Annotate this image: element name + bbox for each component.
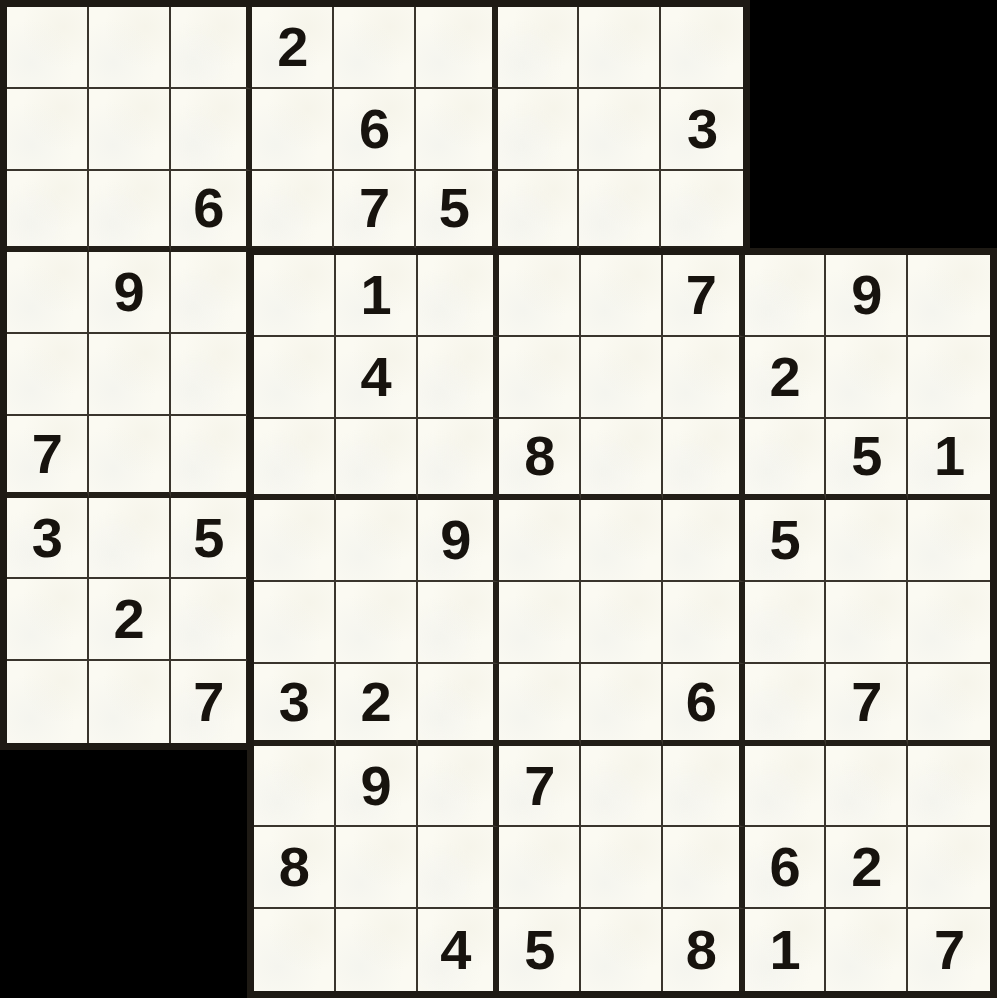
cell-r4c12[interactable] xyxy=(908,255,990,337)
cell-r1c5[interactable] xyxy=(334,7,416,89)
cell-r7c4[interactable] xyxy=(254,500,336,582)
cell-r9c1[interactable] xyxy=(7,661,89,743)
cell-r4c4[interactable] xyxy=(254,255,336,337)
cell-r6c2[interactable] xyxy=(89,416,171,498)
cell-r4c7[interactable] xyxy=(499,255,581,337)
cell-r12c7-given: 5 xyxy=(499,909,581,991)
cell-r4c1[interactable] xyxy=(7,252,89,334)
cell-r10c6[interactable] xyxy=(418,746,500,828)
cell-r5c9[interactable] xyxy=(663,337,745,419)
cell-r1c7[interactable] xyxy=(498,7,580,89)
cell-r5c1[interactable] xyxy=(7,334,89,416)
cell-r11c9[interactable] xyxy=(663,827,745,909)
cell-r6c8[interactable] xyxy=(581,419,663,501)
cell-r5c12[interactable] xyxy=(908,337,990,419)
cell-r2c9-given: 3 xyxy=(661,89,743,171)
cell-r12c6-given: 4 xyxy=(418,909,500,991)
cell-r6c5[interactable] xyxy=(336,419,418,501)
cell-r5c6[interactable] xyxy=(418,337,500,419)
cell-r1c2[interactable] xyxy=(89,7,171,89)
cell-r10c10[interactable] xyxy=(745,746,827,828)
cell-r10c5-given: 9 xyxy=(336,746,418,828)
cell-r10c11[interactable] xyxy=(826,746,908,828)
cell-r6c12-given: 1 xyxy=(908,419,990,501)
cell-r1c4-given: 2 xyxy=(252,7,334,89)
cell-r7c9[interactable] xyxy=(663,500,745,582)
cell-r12c8[interactable] xyxy=(581,909,663,991)
cell-r3c4[interactable] xyxy=(252,171,334,253)
cell-r8c5[interactable] xyxy=(336,582,418,664)
cell-r8c7[interactable] xyxy=(499,582,581,664)
cell-r7c3-given: 5 xyxy=(171,498,253,580)
cell-r7c1-given: 3 xyxy=(7,498,89,580)
cell-r11c5[interactable] xyxy=(336,827,418,909)
cell-r2c1[interactable] xyxy=(7,89,89,171)
cell-r3c2[interactable] xyxy=(89,171,171,253)
cell-r12c11[interactable] xyxy=(826,909,908,991)
cell-r10c12[interactable] xyxy=(908,746,990,828)
cell-r5c3[interactable] xyxy=(171,334,253,416)
cell-r6c11-given: 5 xyxy=(826,419,908,501)
cell-r12c4[interactable] xyxy=(254,909,336,991)
cell-r5c4[interactable] xyxy=(254,337,336,419)
cell-r8c6[interactable] xyxy=(418,582,500,664)
cell-r9c4-given: 3 xyxy=(254,664,336,746)
cell-r8c8[interactable] xyxy=(581,582,663,664)
cell-r2c5-given: 6 xyxy=(334,89,416,171)
cell-r11c4-given: 8 xyxy=(254,827,336,909)
cell-r10c7-given: 7 xyxy=(499,746,581,828)
cell-r8c9[interactable] xyxy=(663,582,745,664)
cell-r7c7[interactable] xyxy=(499,500,581,582)
cell-r9c2[interactable] xyxy=(89,661,171,743)
cell-r4c9-given: 7 xyxy=(663,255,745,337)
cell-r9c12[interactable] xyxy=(908,664,990,746)
cell-r9c7[interactable] xyxy=(499,664,581,746)
cell-r1c3[interactable] xyxy=(171,7,253,89)
cell-r6c9[interactable] xyxy=(663,419,745,501)
cell-r9c3-given: 7 xyxy=(171,661,253,743)
cell-r10c4[interactable] xyxy=(254,746,336,828)
cell-r5c10-given: 2 xyxy=(745,337,827,419)
cell-r8c1[interactable] xyxy=(7,579,89,661)
cell-r8c12[interactable] xyxy=(908,582,990,664)
cell-r4c11-given: 9 xyxy=(826,255,908,337)
cell-r5c7[interactable] xyxy=(499,337,581,419)
cell-r6c4[interactable] xyxy=(254,419,336,501)
cell-r8c3[interactable] xyxy=(171,579,253,661)
cell-r6c1-given: 7 xyxy=(7,416,89,498)
puzzle-board: 26367591747835927326 1794285195326797862… xyxy=(0,0,997,998)
cell-r9c5-given: 2 xyxy=(336,664,418,746)
cell-r7c11[interactable] xyxy=(826,500,908,582)
cell-r9c11-given: 7 xyxy=(826,664,908,746)
cell-r11c6[interactable] xyxy=(418,827,500,909)
cell-r4c3[interactable] xyxy=(171,252,253,334)
cell-r11c12[interactable] xyxy=(908,827,990,909)
cell-r2c2[interactable] xyxy=(89,89,171,171)
cell-r4c2-given: 9 xyxy=(89,252,171,334)
cell-r12c10-given: 1 xyxy=(745,909,827,991)
cell-r2c6[interactable] xyxy=(416,89,498,171)
cell-r1c6[interactable] xyxy=(416,7,498,89)
cell-r11c11-given: 2 xyxy=(826,827,908,909)
cell-r6c7-given: 8 xyxy=(499,419,581,501)
cell-r2c8[interactable] xyxy=(579,89,661,171)
cell-r9c6[interactable] xyxy=(418,664,500,746)
cell-r7c8[interactable] xyxy=(581,500,663,582)
cell-r3c7[interactable] xyxy=(498,171,580,253)
cell-r7c5[interactable] xyxy=(336,500,418,582)
cell-r4c10[interactable] xyxy=(745,255,827,337)
cell-r8c10[interactable] xyxy=(745,582,827,664)
sudoku-grid-lower-right: 179428519532679786245817 xyxy=(247,248,997,998)
cell-r7c2[interactable] xyxy=(89,498,171,580)
cell-r8c2-given: 2 xyxy=(89,579,171,661)
cell-r3c5-given: 7 xyxy=(334,171,416,253)
cell-r3c8[interactable] xyxy=(579,171,661,253)
cell-r8c4[interactable] xyxy=(254,582,336,664)
cell-r7c12[interactable] xyxy=(908,500,990,582)
cell-r4c5-given: 1 xyxy=(336,255,418,337)
cell-r5c5-given: 4 xyxy=(336,337,418,419)
cell-r2c3[interactable] xyxy=(171,89,253,171)
cell-r2c4[interactable] xyxy=(252,89,334,171)
cell-r1c1[interactable] xyxy=(7,7,89,89)
cell-r4c6[interactable] xyxy=(418,255,500,337)
cell-r9c8[interactable] xyxy=(581,664,663,746)
cell-r5c2[interactable] xyxy=(89,334,171,416)
cell-r12c5[interactable] xyxy=(336,909,418,991)
cell-r3c9[interactable] xyxy=(661,171,743,253)
cell-r5c11[interactable] xyxy=(826,337,908,419)
cell-r12c12-given: 7 xyxy=(908,909,990,991)
cell-r6c6[interactable] xyxy=(418,419,500,501)
cell-r8c11[interactable] xyxy=(826,582,908,664)
cell-r3c3-given: 6 xyxy=(171,171,253,253)
cell-r3c6-given: 5 xyxy=(416,171,498,253)
cell-r9c9-given: 6 xyxy=(663,664,745,746)
cell-r1c9[interactable] xyxy=(661,7,743,89)
cell-r5c8[interactable] xyxy=(581,337,663,419)
cell-r12c9-given: 8 xyxy=(663,909,745,991)
cell-r4c8[interactable] xyxy=(581,255,663,337)
cell-r9c10[interactable] xyxy=(745,664,827,746)
cell-r11c8[interactable] xyxy=(581,827,663,909)
cell-r2c7[interactable] xyxy=(498,89,580,171)
cell-r11c10-given: 6 xyxy=(745,827,827,909)
cell-r10c8[interactable] xyxy=(581,746,663,828)
cell-r1c8[interactable] xyxy=(579,7,661,89)
cell-r3c1[interactable] xyxy=(7,171,89,253)
cell-r6c3[interactable] xyxy=(171,416,253,498)
cell-r10c9[interactable] xyxy=(663,746,745,828)
cell-r11c7[interactable] xyxy=(499,827,581,909)
cell-r7c10-given: 5 xyxy=(745,500,827,582)
cell-r7c6-given: 9 xyxy=(418,500,500,582)
cell-r6c10[interactable] xyxy=(745,419,827,501)
